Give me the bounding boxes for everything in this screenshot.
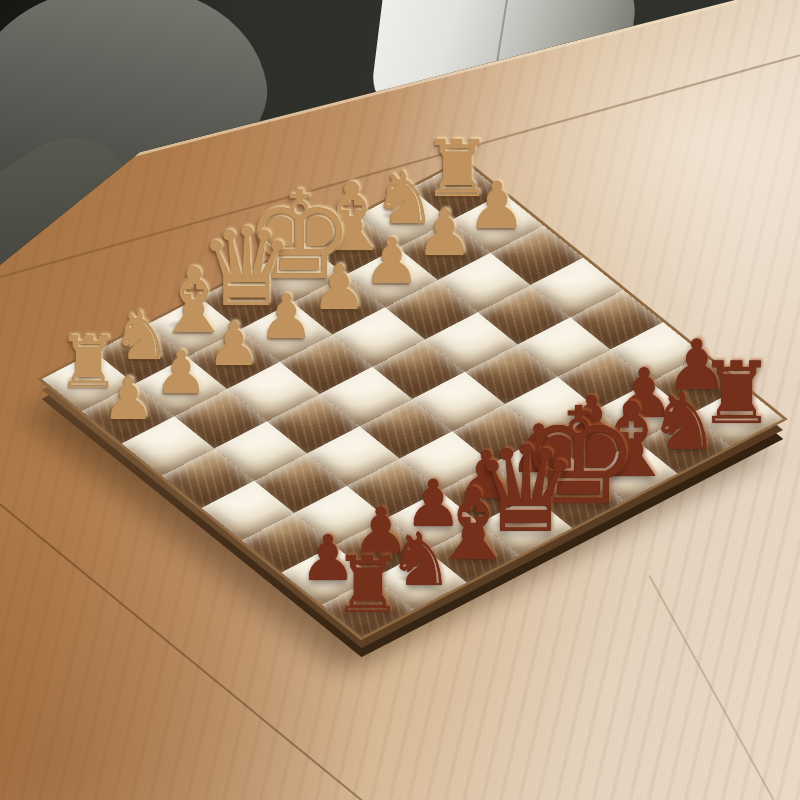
piece-white-pawn[interactable]: ♟	[154, 342, 207, 401]
pieces-layer: ♜♞♝♛♚♝♞♜♟♟♟♟♟♟♟♟♟♟♟♟♟♟♟♟♜♞♝♛♚♝♞♜	[0, 0, 800, 800]
piece-white-pawn[interactable]: ♟	[207, 314, 261, 374]
piece-white-pawn[interactable]: ♟	[416, 202, 473, 266]
scene: ♜♞♝♛♚♝♞♜♟♟♟♟♟♟♟♟♟♟♟♟♟♟♟♟♜♞♝♛♚♝♞♜	[0, 0, 800, 800]
piece-white-pawn[interactable]: ♟	[259, 286, 314, 347]
piece-white-pawn[interactable]: ♟	[364, 230, 420, 293]
piece-black-rook[interactable]: ♜	[333, 547, 403, 625]
piece-white-pawn[interactable]: ♟	[468, 174, 526, 239]
piece-white-pawn[interactable]: ♟	[102, 370, 154, 428]
piece-white-pawn[interactable]: ♟	[311, 258, 366, 320]
